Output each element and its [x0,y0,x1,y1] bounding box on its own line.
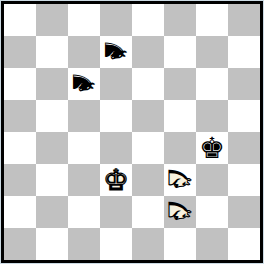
square-g7[interactable] [196,36,228,68]
square-a4[interactable] [4,132,36,164]
square-a1[interactable] [4,228,36,260]
square-a2[interactable] [4,196,36,228]
square-b1[interactable] [36,228,68,260]
square-c3[interactable] [68,164,100,196]
square-h7[interactable] [228,36,260,68]
square-c2[interactable] [68,196,100,228]
square-h5[interactable] [228,100,260,132]
square-e5[interactable] [132,100,164,132]
square-g1[interactable] [196,228,228,260]
piece-white-king-d3[interactable]: ♚ [100,164,132,196]
square-h8[interactable] [228,4,260,36]
piece-black-rotated-knight-c6[interactable]: ♞ [67,67,99,99]
square-c4[interactable] [68,132,100,164]
square-c7[interactable] [68,36,100,68]
square-h1[interactable] [228,228,260,260]
square-e1[interactable] [132,228,164,260]
square-b6[interactable] [36,68,68,100]
piece-white-rotated-knight-f3[interactable]: ♞ [163,163,195,195]
square-a7[interactable] [4,36,36,68]
piece-white-rotated-knight-f2[interactable]: ♞ [163,195,195,227]
square-d2[interactable] [100,196,132,228]
square-a3[interactable] [4,164,36,196]
square-g6[interactable] [196,68,228,100]
square-f7[interactable] [164,36,196,68]
square-f8[interactable] [164,4,196,36]
square-f6[interactable] [164,68,196,100]
square-b2[interactable] [36,196,68,228]
piece-black-rotated-knight-d7[interactable]: ♞ [99,35,131,67]
square-b7[interactable] [36,36,68,68]
square-f4[interactable] [164,132,196,164]
square-g2[interactable] [196,196,228,228]
square-b3[interactable] [36,164,68,196]
square-a8[interactable] [4,4,36,36]
chess-board: ♞♞♚♚♞♞ [1,1,263,263]
square-d4[interactable] [100,132,132,164]
square-g5[interactable] [196,100,228,132]
square-h2[interactable] [228,196,260,228]
square-b4[interactable] [36,132,68,164]
square-d1[interactable] [100,228,132,260]
square-h3[interactable] [228,164,260,196]
square-a5[interactable] [4,100,36,132]
square-b8[interactable] [36,4,68,36]
square-e8[interactable] [132,4,164,36]
square-b5[interactable] [36,100,68,132]
square-c5[interactable] [68,100,100,132]
diagram-frame: ♞♞♚♚♞♞ [0,0,264,264]
square-e7[interactable] [132,36,164,68]
square-a6[interactable] [4,68,36,100]
square-f1[interactable] [164,228,196,260]
square-e6[interactable] [132,68,164,100]
square-f5[interactable] [164,100,196,132]
square-d6[interactable] [100,68,132,100]
square-h6[interactable] [228,68,260,100]
square-h4[interactable] [228,132,260,164]
square-g3[interactable] [196,164,228,196]
square-e4[interactable] [132,132,164,164]
square-d8[interactable] [100,4,132,36]
square-d5[interactable] [100,100,132,132]
square-c8[interactable] [68,4,100,36]
square-e3[interactable] [132,164,164,196]
piece-black-king-g4[interactable]: ♚ [196,132,228,164]
square-c1[interactable] [68,228,100,260]
square-g8[interactable] [196,4,228,36]
square-e2[interactable] [132,196,164,228]
